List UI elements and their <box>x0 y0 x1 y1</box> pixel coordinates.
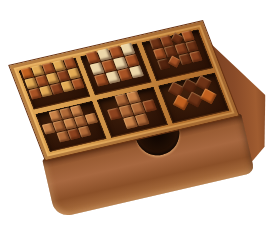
photo-wooden-puzzle-box <box>0 0 271 240</box>
puzzle-piece-tile <box>181 79 197 95</box>
puzzle-piece-tile <box>167 82 183 98</box>
puzzle-piece-tile <box>89 123 102 135</box>
puzzle-checkered-cube-burr <box>21 57 85 99</box>
compartment-top-left <box>19 58 90 109</box>
puzzle-snake-cube <box>85 43 143 87</box>
puzzle-piece-tile <box>173 95 189 111</box>
puzzle-piece-tile <box>195 75 211 91</box>
puzzle-piece-tile <box>200 89 216 105</box>
puzzle-cube-and-cross-burr <box>102 88 160 132</box>
puzzle-piece-tile <box>157 59 170 71</box>
puzzle-dark-burr <box>149 30 202 70</box>
puzzle-notched-stick-burr <box>38 103 102 145</box>
puzzle-piece-tile <box>186 92 202 108</box>
compartment-top-right <box>142 29 213 80</box>
puzzle-star-burr <box>167 76 217 111</box>
compartment-top-middle <box>80 44 151 95</box>
compartment-bottom-left <box>35 101 106 152</box>
puzzle-box <box>8 19 244 225</box>
compartment-bottom-middle <box>97 86 168 137</box>
puzzle-piece-tile <box>71 78 84 90</box>
compartment-bottom-right <box>158 72 229 123</box>
